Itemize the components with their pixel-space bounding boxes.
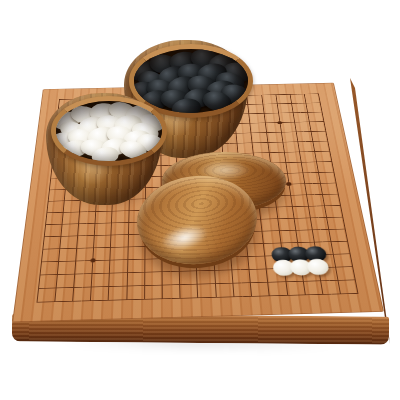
intersection <box>242 289 261 303</box>
intersection <box>120 228 137 241</box>
intersection <box>27 295 47 309</box>
intersection <box>118 279 136 293</box>
intersection <box>318 126 335 136</box>
intersection <box>224 289 243 303</box>
intersection <box>117 292 135 306</box>
intersection <box>82 280 101 294</box>
intersection <box>50 242 68 255</box>
intersection <box>84 254 102 267</box>
intersection <box>277 157 294 168</box>
intersection <box>274 137 291 147</box>
intersection <box>65 267 84 281</box>
intersection <box>86 217 103 229</box>
intersection <box>327 177 345 188</box>
intersection <box>285 212 303 224</box>
intersection <box>254 237 272 250</box>
intersection <box>224 276 243 290</box>
intersection <box>270 108 286 118</box>
intersection <box>286 224 304 236</box>
intersection <box>316 117 333 127</box>
intersection <box>254 91 270 100</box>
intersection <box>253 225 271 238</box>
intersection <box>257 118 273 128</box>
intersection <box>53 218 71 230</box>
intersection <box>68 242 86 255</box>
intersection <box>102 241 120 254</box>
intersection <box>86 229 104 242</box>
intersection <box>289 137 306 147</box>
intersection <box>48 267 67 281</box>
intersection <box>334 211 353 223</box>
intersection <box>101 253 119 266</box>
intersection <box>313 287 333 301</box>
intersection <box>338 235 357 248</box>
intersection <box>323 156 341 167</box>
intersection <box>346 273 366 287</box>
intersection <box>303 224 322 236</box>
intersection <box>278 288 298 302</box>
intersection <box>85 241 103 254</box>
go-set-photo <box>0 0 400 400</box>
intersection <box>241 275 260 289</box>
intersection <box>343 260 363 273</box>
intersection <box>296 178 314 189</box>
intersection <box>298 189 316 201</box>
intersection <box>295 287 315 301</box>
intersection <box>256 109 272 119</box>
intersection <box>83 267 101 281</box>
intersection <box>136 278 154 292</box>
intersection <box>288 127 305 137</box>
intersection <box>293 157 310 168</box>
intersection <box>70 218 88 230</box>
intersection <box>309 261 328 274</box>
intersection <box>341 247 361 260</box>
intersection <box>336 223 355 235</box>
intersection <box>272 118 288 128</box>
intersection <box>286 117 302 127</box>
intersection <box>35 230 53 243</box>
intersection <box>273 127 289 137</box>
intersection <box>322 146 339 157</box>
intersection <box>276 147 293 158</box>
intersection <box>260 288 279 302</box>
intersection <box>269 99 285 108</box>
intersection <box>101 266 119 280</box>
intersection <box>320 136 337 146</box>
intersection <box>268 90 284 99</box>
intersection <box>119 253 137 266</box>
intersection <box>67 254 85 267</box>
intersection <box>99 293 118 307</box>
intersection <box>49 255 68 268</box>
intersection <box>171 291 189 305</box>
intersection <box>103 229 120 242</box>
intersection <box>294 167 311 178</box>
intersection <box>255 100 271 109</box>
intersection <box>153 291 171 305</box>
intersection <box>171 277 189 291</box>
intersection <box>270 224 288 237</box>
intersection <box>282 189 300 201</box>
intersection <box>259 137 275 147</box>
intersection <box>28 281 47 295</box>
intersection <box>258 275 277 289</box>
intersection <box>189 290 207 304</box>
white-stone-bowl <box>46 93 162 205</box>
intersection <box>120 216 137 228</box>
intersection <box>36 218 54 230</box>
white-bowl-opening <box>51 96 167 166</box>
intersection <box>285 108 301 118</box>
intersection <box>284 99 300 108</box>
intersection <box>46 281 65 295</box>
intersection <box>63 294 82 308</box>
intersection <box>207 290 226 304</box>
intersection <box>30 268 49 282</box>
intersection <box>258 128 274 138</box>
intersection <box>45 294 64 308</box>
intersection <box>100 279 118 293</box>
intersection <box>312 98 328 107</box>
intersection <box>330 188 348 200</box>
intersection <box>261 147 278 158</box>
intersection <box>135 292 153 306</box>
intersection <box>311 89 327 98</box>
intersection <box>314 107 330 117</box>
intersection <box>52 230 70 243</box>
intersection <box>64 280 83 294</box>
intersection <box>276 275 295 289</box>
intersection <box>103 217 120 229</box>
intersection <box>348 286 368 300</box>
intersection <box>81 293 100 307</box>
intersection <box>33 243 51 256</box>
intersection <box>293 274 312 288</box>
intersection <box>299 200 317 212</box>
intersection <box>282 90 298 99</box>
intersection <box>32 255 51 268</box>
intersection <box>118 266 136 280</box>
intersection <box>332 199 350 211</box>
intersection <box>311 274 331 288</box>
intersection <box>325 167 343 178</box>
intersection <box>38 207 56 219</box>
intersection <box>206 276 224 290</box>
intersection <box>188 277 206 291</box>
intersection <box>291 147 308 158</box>
intersection <box>153 278 171 292</box>
intersection <box>119 240 136 253</box>
intersection <box>301 212 319 224</box>
intersection <box>69 229 87 242</box>
